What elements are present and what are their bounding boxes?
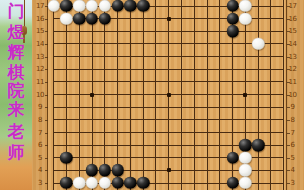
- row-label-left: 5: [38, 154, 42, 161]
- row-label-right: 4: [291, 167, 295, 174]
- row-label-right: 6: [291, 142, 295, 149]
- white-stone: [239, 12, 251, 24]
- black-stone: [226, 177, 238, 189]
- grid-horizontal-line: [53, 31, 284, 32]
- banner-character: 门: [0, 3, 32, 20]
- row-tick-left: [45, 183, 48, 184]
- white-stone: [252, 38, 264, 50]
- row-label-left: 15: [36, 28, 44, 35]
- white-stone: [239, 0, 251, 12]
- black-stone: [73, 12, 85, 24]
- row-tick-left: [45, 69, 48, 70]
- black-stone: [111, 0, 123, 12]
- row-label-left: 7: [38, 129, 42, 136]
- row-label-right: 15: [289, 28, 297, 35]
- black-stone: [60, 177, 72, 189]
- row-label-right: 10: [289, 91, 297, 98]
- black-stone: [226, 12, 238, 24]
- row-label-left: 10: [36, 91, 44, 98]
- black-stone: [99, 164, 111, 176]
- black-stone: [252, 139, 264, 151]
- row-tick-left: [45, 19, 48, 20]
- black-stone: [239, 139, 251, 151]
- hoshi-point: [167, 17, 171, 21]
- grid-horizontal-line: [53, 132, 284, 133]
- row-label-right: 16: [289, 15, 297, 22]
- go-app-screenshot: 门煜辉棋院来老师 1716151413121110987654317161514…: [0, 0, 304, 190]
- row-label-left: 3: [38, 180, 42, 187]
- row-label-left: 6: [38, 142, 42, 149]
- row-tick-left: [45, 95, 48, 96]
- white-stone: [239, 164, 251, 176]
- row-tick-left: [45, 145, 48, 146]
- white-stone: [73, 0, 85, 12]
- row-tick-left: [45, 158, 48, 159]
- white-stone: [99, 177, 111, 189]
- row-tick-left: [45, 31, 48, 32]
- grid-horizontal-line: [53, 119, 284, 120]
- row-label-right: 8: [291, 116, 295, 123]
- row-label-left: 11: [36, 78, 44, 85]
- hoshi-point: [167, 168, 171, 172]
- black-stone: [60, 0, 72, 12]
- row-label-right: 5: [291, 154, 295, 161]
- row-label-right: 17: [289, 3, 297, 10]
- banner-character: 老: [0, 123, 32, 140]
- banner-character: 院: [0, 82, 32, 99]
- row-label-left: 9: [38, 104, 42, 111]
- black-stone: [111, 164, 123, 176]
- banner-character: 煜: [0, 24, 32, 41]
- banner-character: 棋: [0, 64, 32, 81]
- black-stone: [226, 152, 238, 164]
- black-stone: [226, 0, 238, 12]
- black-stone: [137, 177, 149, 189]
- white-stone: [239, 177, 251, 189]
- row-label-left: 14: [36, 40, 44, 47]
- banner-character: 来: [0, 101, 32, 118]
- row-tick-left: [45, 82, 48, 83]
- black-stone: [86, 164, 98, 176]
- grid-horizontal-line: [53, 43, 284, 44]
- white-stone: [47, 0, 59, 12]
- black-stone: [99, 12, 111, 24]
- white-stone: [73, 177, 85, 189]
- row-label-right: 13: [289, 53, 297, 60]
- row-label-left: 13: [36, 53, 44, 60]
- row-label-right: 3: [291, 180, 295, 187]
- black-stone: [60, 152, 72, 164]
- school-banner: 门煜辉棋院来老师: [0, 0, 32, 190]
- hoshi-point: [90, 93, 94, 97]
- white-stone: [239, 152, 251, 164]
- row-label-right: 11: [289, 78, 297, 85]
- grid-horizontal-line: [53, 69, 284, 70]
- white-stone: [86, 0, 98, 12]
- banner-character: 辉: [0, 44, 32, 61]
- row-label-right: 7: [291, 129, 295, 136]
- white-stone: [60, 12, 72, 24]
- grid-horizontal-line: [53, 107, 284, 108]
- row-label-right: 14: [289, 40, 297, 47]
- row-label-left: 17: [36, 3, 44, 10]
- hoshi-point: [167, 93, 171, 97]
- row-label-left: 8: [38, 116, 42, 123]
- row-tick-left: [45, 120, 48, 121]
- row-tick-left: [45, 44, 48, 45]
- grid-horizontal-line: [53, 56, 284, 57]
- black-stone: [111, 177, 123, 189]
- row-label-left: 16: [36, 15, 44, 22]
- white-stone: [86, 177, 98, 189]
- row-tick-left: [45, 170, 48, 171]
- black-stone: [137, 0, 149, 12]
- row-label-right: 9: [291, 104, 295, 111]
- row-label-right: 12: [289, 66, 297, 73]
- row-tick-left: [45, 107, 48, 108]
- black-stone: [86, 12, 98, 24]
- white-stone: [99, 0, 111, 12]
- row-label-left: 4: [38, 167, 42, 174]
- banner-character: 师: [0, 144, 32, 161]
- black-stone: [226, 25, 238, 37]
- row-tick-left: [45, 57, 48, 58]
- row-label-left: 12: [36, 66, 44, 73]
- row-tick-left: [45, 133, 48, 134]
- grid-horizontal-line: [53, 81, 284, 82]
- hoshi-point: [243, 93, 247, 97]
- black-stone: [124, 0, 136, 12]
- black-stone: [124, 177, 136, 189]
